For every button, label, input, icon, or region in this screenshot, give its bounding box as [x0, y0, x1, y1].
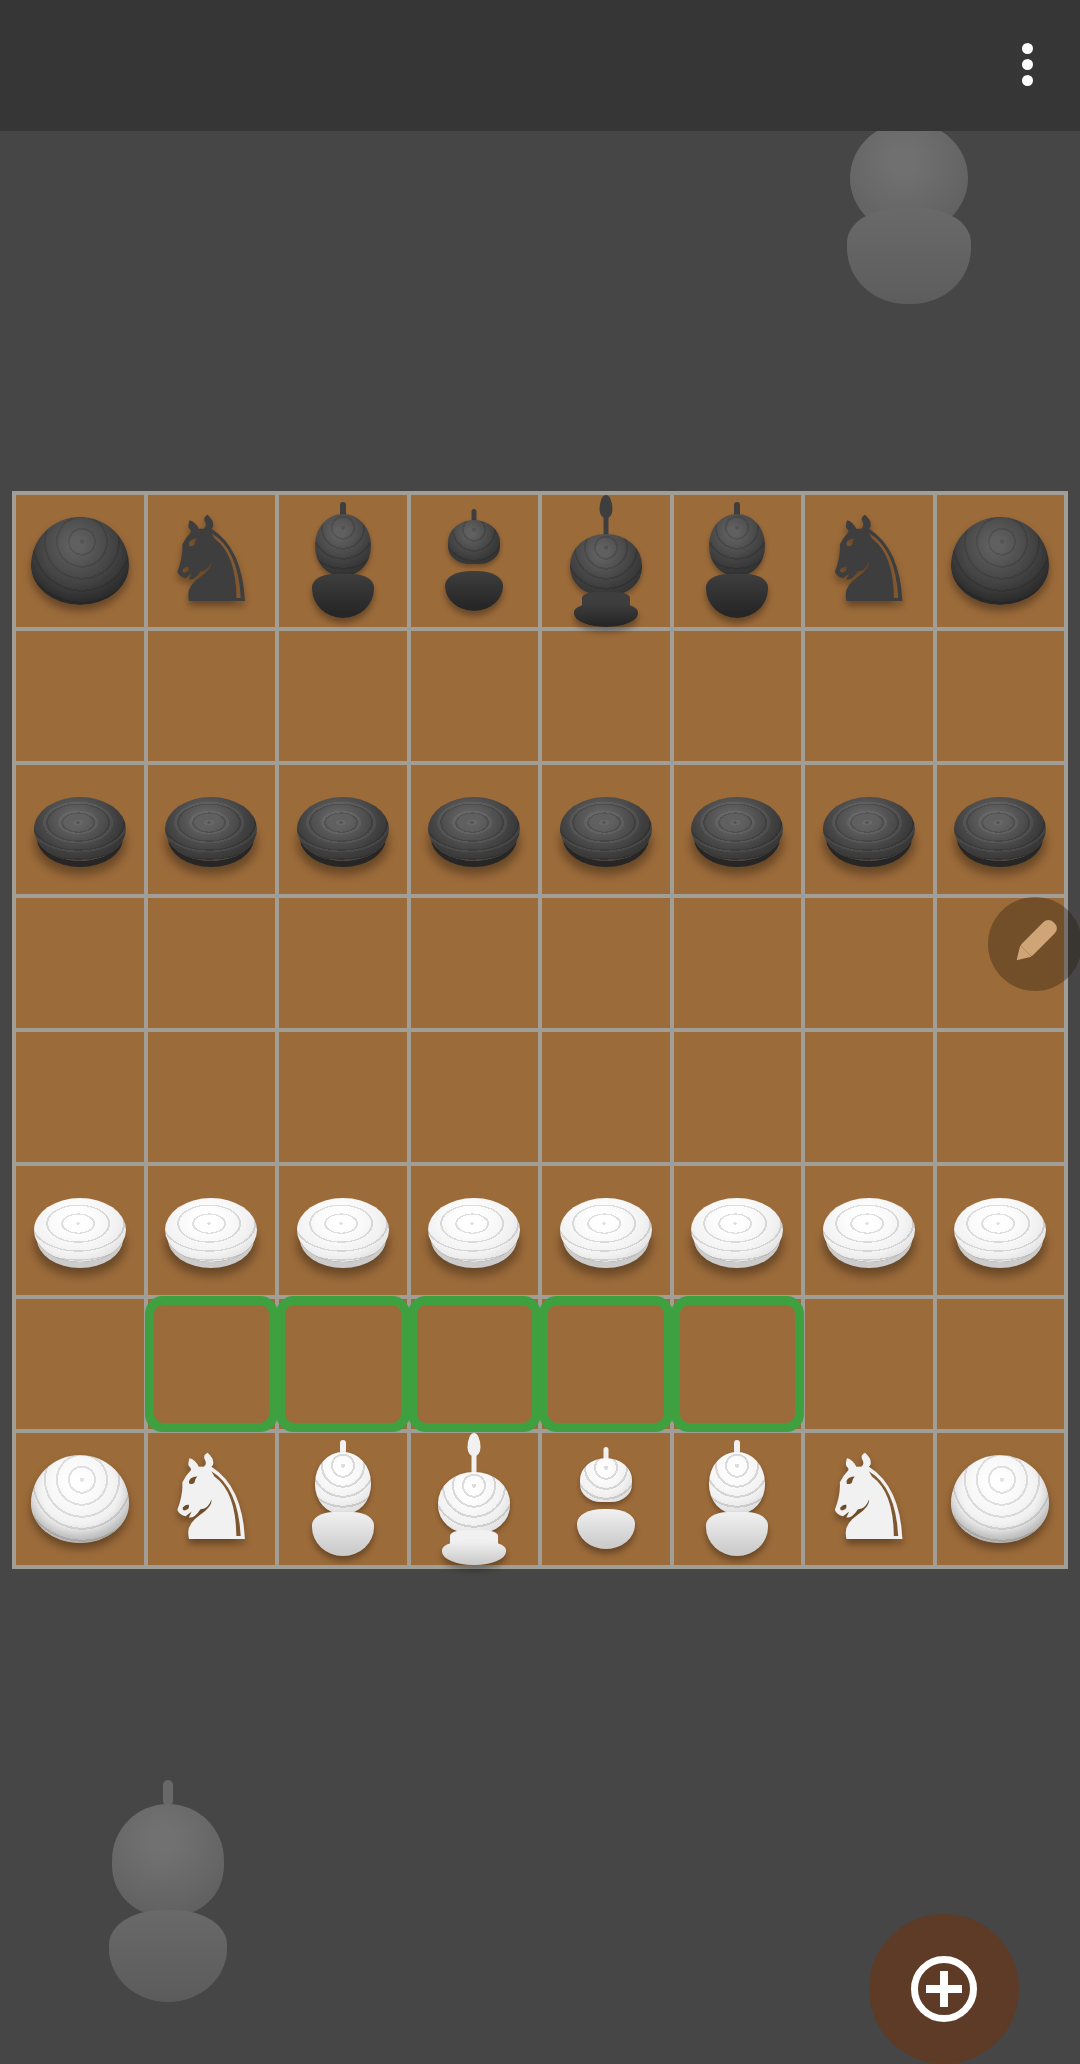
square-c2[interactable]: [279, 1299, 407, 1429]
square-b7[interactable]: [148, 631, 276, 761]
square-g2[interactable]: [805, 1299, 933, 1429]
white-bia-pawn[interactable]: [560, 1198, 652, 1262]
khon-bishop-ball: [315, 514, 371, 576]
square-b6[interactable]: [148, 765, 276, 895]
pencil-icon: [1010, 917, 1059, 966]
white-bia-pawn[interactable]: [297, 1198, 389, 1262]
ghost-piece-ball: [112, 1804, 224, 1916]
kebab-menu-icon: [1022, 43, 1033, 54]
square-g1[interactable]: ♞: [805, 1433, 933, 1565]
square-g3[interactable]: [805, 1166, 933, 1296]
white-bia-pawn[interactable]: [823, 1198, 915, 1262]
square-f8[interactable]: [674, 495, 802, 627]
square-e1[interactable]: [542, 1433, 670, 1565]
square-d6[interactable]: [411, 765, 539, 895]
square-f1[interactable]: [674, 1433, 802, 1565]
square-e2[interactable]: [542, 1299, 670, 1429]
square-b3[interactable]: [148, 1166, 276, 1296]
white-ruea-rook[interactable]: [951, 1455, 1049, 1543]
white-bia-pawn[interactable]: [691, 1198, 783, 1262]
square-b8[interactable]: ♞: [148, 495, 276, 627]
square-d5[interactable]: [411, 898, 539, 1028]
square-f7[interactable]: [674, 631, 802, 761]
square-e5[interactable]: [542, 898, 670, 1028]
square-c7[interactable]: [279, 631, 407, 761]
square-c8[interactable]: [279, 495, 407, 627]
white-met-queen[interactable]: [574, 1449, 638, 1549]
khun-king-base: [574, 603, 638, 627]
square-d8[interactable]: [411, 495, 539, 627]
black-bia-pawn[interactable]: [165, 797, 257, 861]
white-ruea-rook[interactable]: [31, 1455, 129, 1543]
khon-bishop-base: [706, 574, 768, 618]
square-e6[interactable]: [542, 765, 670, 895]
white-bia-pawn[interactable]: [428, 1198, 520, 1262]
square-d1[interactable]: [411, 1433, 539, 1565]
square-d7[interactable]: [411, 631, 539, 761]
square-f6[interactable]: [674, 765, 802, 895]
square-c6[interactable]: [279, 765, 407, 895]
ghost-piece-bottom-left: [106, 1780, 230, 2002]
square-h7[interactable]: [937, 631, 1065, 761]
square-h4[interactable]: [937, 1032, 1065, 1162]
black-bia-pawn[interactable]: [691, 797, 783, 861]
black-bia-pawn[interactable]: [428, 797, 520, 861]
ghost-piece-top-right: [845, 128, 973, 304]
square-f3[interactable]: [674, 1166, 802, 1296]
square-g5[interactable]: [805, 898, 933, 1028]
square-e4[interactable]: [542, 1032, 670, 1162]
square-f5[interactable]: [674, 898, 802, 1028]
square-e7[interactable]: [542, 631, 670, 761]
square-a5[interactable]: [16, 898, 144, 1028]
square-a6[interactable]: [16, 765, 144, 895]
met-queen-ball: [448, 520, 500, 564]
square-a4[interactable]: [16, 1032, 144, 1162]
add-button[interactable]: [869, 1914, 1019, 2064]
square-h2[interactable]: [937, 1299, 1065, 1429]
white-bia-pawn[interactable]: [165, 1198, 257, 1262]
black-ma-knight[interactable]: ♞: [816, 501, 922, 619]
khon-bishop-base: [706, 1512, 768, 1556]
square-a3[interactable]: [16, 1166, 144, 1296]
square-b1[interactable]: ♞: [148, 1433, 276, 1565]
square-a1[interactable]: [16, 1433, 144, 1565]
more-options-button[interactable]: [1022, 43, 1033, 86]
white-khun-king[interactable]: [433, 1433, 515, 1565]
square-a7[interactable]: [16, 631, 144, 761]
white-ma-knight[interactable]: ♞: [158, 1439, 264, 1557]
square-b5[interactable]: [148, 898, 276, 1028]
ghost-piece-base: [847, 208, 971, 304]
khun-king-ball: [570, 534, 642, 596]
square-h8[interactable]: [937, 495, 1065, 627]
met-queen-ball: [580, 1458, 632, 1502]
square-g6[interactable]: [805, 765, 933, 895]
square-g4[interactable]: [805, 1032, 933, 1162]
white-khon-bishop[interactable]: [308, 1442, 378, 1556]
square-d3[interactable]: [411, 1166, 539, 1296]
khon-bishop-base: [312, 574, 374, 618]
white-ma-knight[interactable]: ♞: [816, 1439, 922, 1557]
square-f4[interactable]: [674, 1032, 802, 1162]
square-h3[interactable]: [937, 1166, 1065, 1296]
black-bia-pawn[interactable]: [823, 797, 915, 861]
black-bia-pawn[interactable]: [560, 797, 652, 861]
edit-board-button[interactable]: [988, 897, 1080, 991]
white-bia-pawn[interactable]: [34, 1198, 126, 1262]
circled-plus-icon: [911, 1956, 977, 2022]
square-e3[interactable]: [542, 1166, 670, 1296]
square-d4[interactable]: [411, 1032, 539, 1162]
white-bia-pawn[interactable]: [954, 1198, 1046, 1262]
square-b4[interactable]: [148, 1032, 276, 1162]
khon-bishop-base: [312, 1512, 374, 1556]
kebab-menu-icon: [1022, 59, 1033, 70]
black-ruea-rook[interactable]: [31, 517, 129, 605]
square-a8[interactable]: [16, 495, 144, 627]
black-met-queen[interactable]: [442, 511, 506, 611]
khun-king-ball: [438, 1472, 510, 1534]
makruk-app-screen: ♞♞♞♞: [0, 0, 1080, 2064]
square-c3[interactable]: [279, 1166, 407, 1296]
black-bia-pawn[interactable]: [954, 797, 1046, 861]
black-khun-king[interactable]: [565, 495, 647, 627]
makruk-board[interactable]: ♞♞♞♞: [12, 491, 1068, 1569]
khon-bishop-ball: [709, 1452, 765, 1514]
square-b2[interactable]: [148, 1299, 276, 1429]
app-bar: [0, 0, 1080, 131]
ghost-piece-spike: [163, 1780, 173, 1806]
square-a2[interactable]: [16, 1299, 144, 1429]
met-queen-base: [577, 1509, 635, 1549]
square-g7[interactable]: [805, 631, 933, 761]
square-h1[interactable]: [937, 1433, 1065, 1565]
black-bia-pawn[interactable]: [34, 797, 126, 861]
square-d2[interactable]: [411, 1299, 539, 1429]
khun-king-base: [442, 1541, 506, 1565]
khon-bishop-ball: [709, 514, 765, 576]
square-g8[interactable]: ♞: [805, 495, 933, 627]
square-c1[interactable]: [279, 1433, 407, 1565]
black-ruea-rook[interactable]: [951, 517, 1049, 605]
white-khon-bishop[interactable]: [702, 1442, 772, 1556]
square-h6[interactable]: [937, 765, 1065, 895]
square-c4[interactable]: [279, 1032, 407, 1162]
met-queen-base: [445, 571, 503, 611]
khon-bishop-ball: [315, 1452, 371, 1514]
black-khon-bishop[interactable]: [702, 504, 772, 618]
square-e8[interactable]: [542, 495, 670, 627]
black-ma-knight[interactable]: ♞: [158, 501, 264, 619]
kebab-menu-icon: [1022, 75, 1033, 86]
square-f2[interactable]: [674, 1299, 802, 1429]
black-khon-bishop[interactable]: [308, 504, 378, 618]
square-c5[interactable]: [279, 898, 407, 1028]
ghost-piece-base: [109, 1910, 227, 2002]
black-bia-pawn[interactable]: [297, 797, 389, 861]
